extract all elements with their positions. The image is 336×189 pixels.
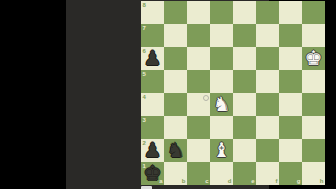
rank-label-5: 5 xyxy=(143,71,146,77)
square-g4[interactable] xyxy=(279,93,302,116)
square-c7[interactable] xyxy=(187,24,210,47)
square-e1[interactable]: e xyxy=(233,162,256,185)
square-d1[interactable]: d xyxy=(210,162,233,185)
square-d5[interactable] xyxy=(210,70,233,93)
square-d8[interactable] xyxy=(210,1,233,24)
square-g2[interactable] xyxy=(279,139,302,162)
square-b5[interactable] xyxy=(164,70,187,93)
square-h8[interactable] xyxy=(302,1,325,24)
square-f3[interactable] xyxy=(256,116,279,139)
square-f2[interactable] xyxy=(256,139,279,162)
file-label-g: g xyxy=(297,178,301,184)
square-g8[interactable] xyxy=(279,1,302,24)
black-pawn[interactable]: ♟ xyxy=(141,47,164,70)
square-a3[interactable]: 3 xyxy=(141,116,164,139)
square-d7[interactable] xyxy=(210,24,233,47)
square-c2[interactable] xyxy=(187,139,210,162)
square-b6[interactable] xyxy=(164,47,187,70)
square-a1[interactable]: 1a♚ xyxy=(141,162,164,185)
square-h6[interactable]: ♚ xyxy=(302,47,325,70)
square-a7[interactable]: 7 xyxy=(141,24,164,47)
square-f7[interactable] xyxy=(256,24,279,47)
file-label-b: b xyxy=(182,178,186,184)
rank-label-4: 4 xyxy=(143,94,146,100)
square-c4[interactable] xyxy=(187,93,210,116)
white-knight[interactable]: ♞ xyxy=(210,93,233,116)
file-label-e: e xyxy=(251,178,254,184)
square-h1[interactable]: h xyxy=(302,162,325,185)
square-a8[interactable]: 8 xyxy=(141,1,164,24)
screenshot-root: 876♟♚54♞32♟♞♝1a♚bcdefgh xyxy=(0,0,336,189)
square-f5[interactable] xyxy=(256,70,279,93)
square-g1[interactable]: g xyxy=(279,162,302,185)
square-g7[interactable] xyxy=(279,24,302,47)
square-a5[interactable]: 5 xyxy=(141,70,164,93)
square-a4[interactable]: 4 xyxy=(141,93,164,116)
square-b7[interactable] xyxy=(164,24,187,47)
square-e4[interactable] xyxy=(233,93,256,116)
rank-label-3: 3 xyxy=(143,117,146,123)
square-d3[interactable] xyxy=(210,116,233,139)
square-e6[interactable] xyxy=(233,47,256,70)
square-g6[interactable] xyxy=(279,47,302,70)
square-c6[interactable] xyxy=(187,47,210,70)
black-king[interactable]: ♚ xyxy=(141,162,164,185)
square-e3[interactable] xyxy=(233,116,256,139)
black-knight[interactable]: ♞ xyxy=(164,139,187,162)
square-h7[interactable] xyxy=(302,24,325,47)
rank-label-7: 7 xyxy=(143,25,146,31)
square-c1[interactable]: c xyxy=(187,162,210,185)
square-d4[interactable]: ♞ xyxy=(210,93,233,116)
white-king[interactable]: ♚ xyxy=(302,47,325,70)
square-b3[interactable] xyxy=(164,116,187,139)
square-e5[interactable] xyxy=(233,70,256,93)
square-f1[interactable]: f xyxy=(256,162,279,185)
square-f4[interactable] xyxy=(256,93,279,116)
square-d2[interactable]: ♝ xyxy=(210,139,233,162)
square-h5[interactable] xyxy=(302,70,325,93)
square-e8[interactable] xyxy=(233,1,256,24)
square-h2[interactable] xyxy=(302,139,325,162)
square-c3[interactable] xyxy=(187,116,210,139)
white-bishop[interactable]: ♝ xyxy=(210,139,233,162)
file-label-c: c xyxy=(205,178,208,184)
square-d6[interactable] xyxy=(210,47,233,70)
square-b2[interactable]: ♞ xyxy=(164,139,187,162)
board-surround: 876♟♚54♞32♟♞♝1a♚bcdefgh xyxy=(66,0,269,189)
square-f6[interactable] xyxy=(256,47,279,70)
square-b8[interactable] xyxy=(164,1,187,24)
square-e7[interactable] xyxy=(233,24,256,47)
square-b1[interactable]: b xyxy=(164,162,187,185)
left-letterbox-bar xyxy=(0,0,66,189)
square-e2[interactable] xyxy=(233,139,256,162)
file-label-f: f xyxy=(276,178,278,184)
square-f8[interactable] xyxy=(256,1,279,24)
square-g3[interactable] xyxy=(279,116,302,139)
chess-board[interactable]: 876♟♚54♞32♟♞♝1a♚bcdefgh xyxy=(141,1,325,185)
square-c5[interactable] xyxy=(187,70,210,93)
square-a2[interactable]: 2♟ xyxy=(141,139,164,162)
file-label-d: d xyxy=(228,178,232,184)
square-g5[interactable] xyxy=(279,70,302,93)
file-label-h: h xyxy=(320,178,324,184)
bottom-left-ui-fragment xyxy=(141,186,152,189)
hint-circle-icon xyxy=(203,95,209,101)
square-h4[interactable] xyxy=(302,93,325,116)
black-pawn[interactable]: ♟ xyxy=(141,139,164,162)
square-b4[interactable] xyxy=(164,93,187,116)
square-a6[interactable]: 6♟ xyxy=(141,47,164,70)
rank-label-8: 8 xyxy=(143,2,146,8)
square-c8[interactable] xyxy=(187,1,210,24)
square-h3[interactable] xyxy=(302,116,325,139)
